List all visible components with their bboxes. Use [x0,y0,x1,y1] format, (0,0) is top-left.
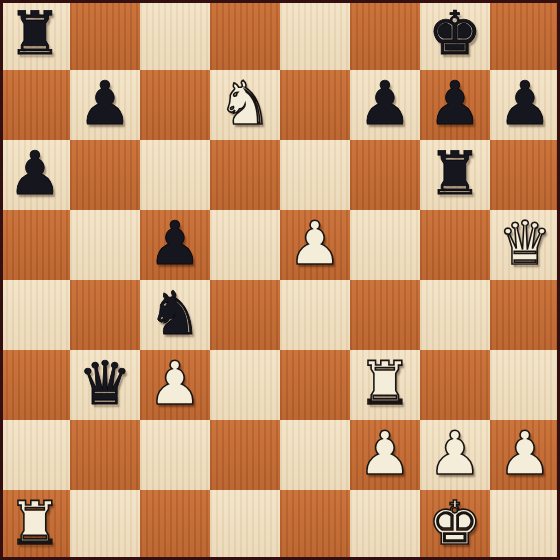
square-d1[interactable] [210,490,280,560]
piece-white-pawn[interactable]: ♟ [498,423,552,483]
square-a2[interactable] [0,420,70,490]
square-a5[interactable] [0,210,70,280]
square-h8[interactable] [490,0,560,70]
square-d3[interactable] [210,350,280,420]
chess-board: ♜♚♟♞♟♟♟♟♜♟♟♛♞♛♟♜♟♟♟♜♚ [0,0,560,560]
square-b2[interactable] [70,420,140,490]
square-h7[interactable]: ♟ [490,70,560,140]
square-g5[interactable] [420,210,490,280]
square-c8[interactable] [140,0,210,70]
square-a6[interactable]: ♟ [0,140,70,210]
piece-white-king[interactable]: ♚ [428,493,482,553]
piece-black-pawn[interactable]: ♟ [498,73,552,133]
square-e4[interactable] [280,280,350,350]
square-b1[interactable] [70,490,140,560]
square-h1[interactable] [490,490,560,560]
square-h6[interactable] [490,140,560,210]
square-b8[interactable] [70,0,140,70]
square-f4[interactable] [350,280,420,350]
square-c2[interactable] [140,420,210,490]
square-f3[interactable]: ♜ [350,350,420,420]
square-h2[interactable]: ♟ [490,420,560,490]
piece-black-pawn[interactable]: ♟ [8,143,62,203]
square-b5[interactable] [70,210,140,280]
square-d2[interactable] [210,420,280,490]
square-f2[interactable]: ♟ [350,420,420,490]
square-d4[interactable] [210,280,280,350]
square-c5[interactable]: ♟ [140,210,210,280]
piece-black-king[interactable]: ♚ [428,3,482,63]
square-e3[interactable] [280,350,350,420]
piece-black-pawn[interactable]: ♟ [78,73,132,133]
square-g4[interactable] [420,280,490,350]
square-e7[interactable] [280,70,350,140]
piece-black-pawn[interactable]: ♟ [148,213,202,273]
square-d7[interactable]: ♞ [210,70,280,140]
square-f5[interactable] [350,210,420,280]
square-c1[interactable] [140,490,210,560]
square-g8[interactable]: ♚ [420,0,490,70]
square-b7[interactable]: ♟ [70,70,140,140]
square-a4[interactable] [0,280,70,350]
square-e1[interactable] [280,490,350,560]
piece-white-rook[interactable]: ♜ [358,353,412,413]
square-e8[interactable] [280,0,350,70]
square-g3[interactable] [420,350,490,420]
square-f7[interactable]: ♟ [350,70,420,140]
square-a7[interactable] [0,70,70,140]
square-c4[interactable]: ♞ [140,280,210,350]
square-c3[interactable]: ♟ [140,350,210,420]
piece-white-pawn[interactable]: ♟ [288,213,342,273]
square-e2[interactable] [280,420,350,490]
piece-white-pawn[interactable]: ♟ [428,423,482,483]
piece-black-queen[interactable]: ♛ [78,353,132,413]
piece-white-pawn[interactable]: ♟ [358,423,412,483]
square-b6[interactable] [70,140,140,210]
square-e6[interactable] [280,140,350,210]
square-e5[interactable]: ♟ [280,210,350,280]
square-a8[interactable]: ♜ [0,0,70,70]
square-f8[interactable] [350,0,420,70]
piece-black-knight[interactable]: ♞ [148,283,202,343]
square-g7[interactable]: ♟ [420,70,490,140]
square-d8[interactable] [210,0,280,70]
square-f1[interactable] [350,490,420,560]
square-f6[interactable] [350,140,420,210]
piece-black-rook[interactable]: ♜ [428,143,482,203]
square-h4[interactable] [490,280,560,350]
square-h3[interactable] [490,350,560,420]
chess-board-container: ♜♚♟♞♟♟♟♟♜♟♟♛♞♛♟♜♟♟♟♜♚ [0,0,560,560]
square-a3[interactable] [0,350,70,420]
square-b3[interactable]: ♛ [70,350,140,420]
square-c7[interactable] [140,70,210,140]
piece-black-pawn[interactable]: ♟ [358,73,412,133]
piece-white-rook[interactable]: ♜ [8,493,62,553]
square-g6[interactable]: ♜ [420,140,490,210]
square-g1[interactable]: ♚ [420,490,490,560]
square-a1[interactable]: ♜ [0,490,70,560]
piece-white-knight[interactable]: ♞ [218,73,272,133]
square-d5[interactable] [210,210,280,280]
piece-black-pawn[interactable]: ♟ [428,73,482,133]
square-h5[interactable]: ♛ [490,210,560,280]
square-b4[interactable] [70,280,140,350]
square-d6[interactable] [210,140,280,210]
piece-white-queen[interactable]: ♛ [498,213,552,273]
square-c6[interactable] [140,140,210,210]
piece-black-rook[interactable]: ♜ [8,3,62,63]
piece-white-pawn[interactable]: ♟ [148,353,202,413]
square-g2[interactable]: ♟ [420,420,490,490]
